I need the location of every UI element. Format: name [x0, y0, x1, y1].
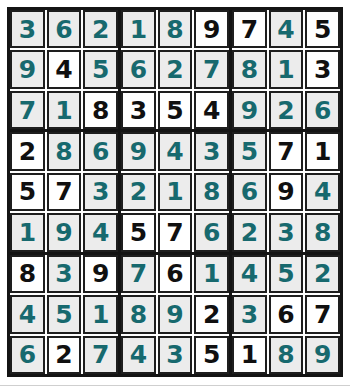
cell-r4c1[interactable]: 2 — [10, 132, 45, 170]
cell-r6c6[interactable]: 6 — [194, 213, 229, 251]
cell-r6c3[interactable]: 4 — [83, 213, 118, 251]
cell-r3c5[interactable]: 5 — [158, 91, 193, 129]
cell-r8c7[interactable]: 3 — [232, 295, 267, 333]
cell-r7c1[interactable]: 8 — [10, 255, 45, 293]
cell-r1c3[interactable]: 2 — [83, 10, 118, 48]
cell-r8c5[interactable]: 9 — [158, 295, 193, 333]
cell-r7c2[interactable]: 3 — [47, 255, 82, 293]
cell-r3c7[interactable]: 9 — [232, 91, 267, 129]
cell-r9c4[interactable]: 4 — [121, 336, 156, 374]
cell-r4c4[interactable]: 9 — [121, 132, 156, 170]
cell-r9c5[interactable]: 3 — [158, 336, 193, 374]
cell-r4c7[interactable]: 5 — [232, 132, 267, 170]
cell-r3c9[interactable]: 6 — [305, 91, 340, 129]
block-6: 571694238 — [232, 132, 340, 251]
cell-r9c2[interactable]: 2 — [47, 336, 82, 374]
cell-r1c4[interactable]: 1 — [121, 10, 156, 48]
cell-r2c3[interactable]: 5 — [83, 50, 118, 88]
cell-r2c5[interactable]: 2 — [158, 50, 193, 88]
block-5: 943218576 — [121, 132, 229, 251]
cell-r7c3[interactable]: 9 — [83, 255, 118, 293]
cell-r5c6[interactable]: 8 — [194, 173, 229, 211]
cell-r7c5[interactable]: 6 — [158, 255, 193, 293]
cell-r7c4[interactable]: 7 — [121, 255, 156, 293]
block-4: 286573194 — [10, 132, 118, 251]
cell-r2c2[interactable]: 4 — [47, 50, 82, 88]
cell-r2c1[interactable]: 9 — [10, 50, 45, 88]
cell-r5c3[interactable]: 3 — [83, 173, 118, 211]
cell-r4c2[interactable]: 8 — [47, 132, 82, 170]
cell-r6c1[interactable]: 1 — [10, 213, 45, 251]
cell-r4c6[interactable]: 3 — [194, 132, 229, 170]
cell-r9c9[interactable]: 9 — [305, 336, 340, 374]
cell-r8c9[interactable]: 7 — [305, 295, 340, 333]
block-1: 362945718 — [10, 10, 118, 129]
cell-r5c9[interactable]: 4 — [305, 173, 340, 211]
cell-r4c8[interactable]: 7 — [269, 132, 304, 170]
sudoku-board: 3629457181896273547458139262865731949432… — [7, 7, 343, 377]
cell-r4c5[interactable]: 4 — [158, 132, 193, 170]
cell-r5c1[interactable]: 5 — [10, 173, 45, 211]
cell-r5c7[interactable]: 6 — [232, 173, 267, 211]
cell-r8c3[interactable]: 1 — [83, 295, 118, 333]
cell-r6c8[interactable]: 3 — [269, 213, 304, 251]
cell-r1c8[interactable]: 4 — [269, 10, 304, 48]
cell-r4c3[interactable]: 6 — [83, 132, 118, 170]
cell-r3c6[interactable]: 4 — [194, 91, 229, 129]
cell-r3c3[interactable]: 8 — [83, 91, 118, 129]
cell-r3c1[interactable]: 7 — [10, 91, 45, 129]
cell-r9c8[interactable]: 8 — [269, 336, 304, 374]
cell-r6c7[interactable]: 2 — [232, 213, 267, 251]
cell-r2c6[interactable]: 7 — [194, 50, 229, 88]
cell-r2c9[interactable]: 3 — [305, 50, 340, 88]
cell-r8c2[interactable]: 5 — [47, 295, 82, 333]
cell-r9c3[interactable]: 7 — [83, 336, 118, 374]
cell-r9c1[interactable]: 6 — [10, 336, 45, 374]
cell-r5c8[interactable]: 9 — [269, 173, 304, 211]
block-8: 761892435 — [121, 255, 229, 374]
cell-r2c7[interactable]: 8 — [232, 50, 267, 88]
cell-r9c7[interactable]: 1 — [232, 336, 267, 374]
cell-r5c4[interactable]: 2 — [121, 173, 156, 211]
cell-r1c7[interactable]: 7 — [232, 10, 267, 48]
cell-r7c7[interactable]: 4 — [232, 255, 267, 293]
cell-r8c1[interactable]: 4 — [10, 295, 45, 333]
cell-r6c9[interactable]: 8 — [305, 213, 340, 251]
cell-r7c8[interactable]: 5 — [269, 255, 304, 293]
cell-r4c9[interactable]: 1 — [305, 132, 340, 170]
cell-r6c2[interactable]: 9 — [47, 213, 82, 251]
cell-r1c6[interactable]: 9 — [194, 10, 229, 48]
block-3: 745813926 — [232, 10, 340, 129]
cell-r8c4[interactable]: 8 — [121, 295, 156, 333]
cell-r6c5[interactable]: 7 — [158, 213, 193, 251]
cell-r3c4[interactable]: 3 — [121, 91, 156, 129]
block-9: 452367189 — [232, 255, 340, 374]
cell-r8c8[interactable]: 6 — [269, 295, 304, 333]
cell-r2c8[interactable]: 1 — [269, 50, 304, 88]
cell-r1c9[interactable]: 5 — [305, 10, 340, 48]
cell-r2c4[interactable]: 6 — [121, 50, 156, 88]
cell-r3c8[interactable]: 2 — [269, 91, 304, 129]
cell-r5c2[interactable]: 7 — [47, 173, 82, 211]
cell-r5c5[interactable]: 1 — [158, 173, 193, 211]
cell-r8c6[interactable]: 2 — [194, 295, 229, 333]
cell-r7c6[interactable]: 1 — [194, 255, 229, 293]
cell-r6c4[interactable]: 5 — [121, 213, 156, 251]
cell-r1c2[interactable]: 6 — [47, 10, 82, 48]
block-2: 189627354 — [121, 10, 229, 129]
block-7: 839451627 — [10, 255, 118, 374]
cell-r7c9[interactable]: 2 — [305, 255, 340, 293]
sudoku-page: 3629457181896273547458139262865731949432… — [0, 0, 350, 386]
cell-r3c2[interactable]: 1 — [47, 91, 82, 129]
cell-r1c1[interactable]: 3 — [10, 10, 45, 48]
cell-r1c5[interactable]: 8 — [158, 10, 193, 48]
cell-r9c6[interactable]: 5 — [194, 336, 229, 374]
